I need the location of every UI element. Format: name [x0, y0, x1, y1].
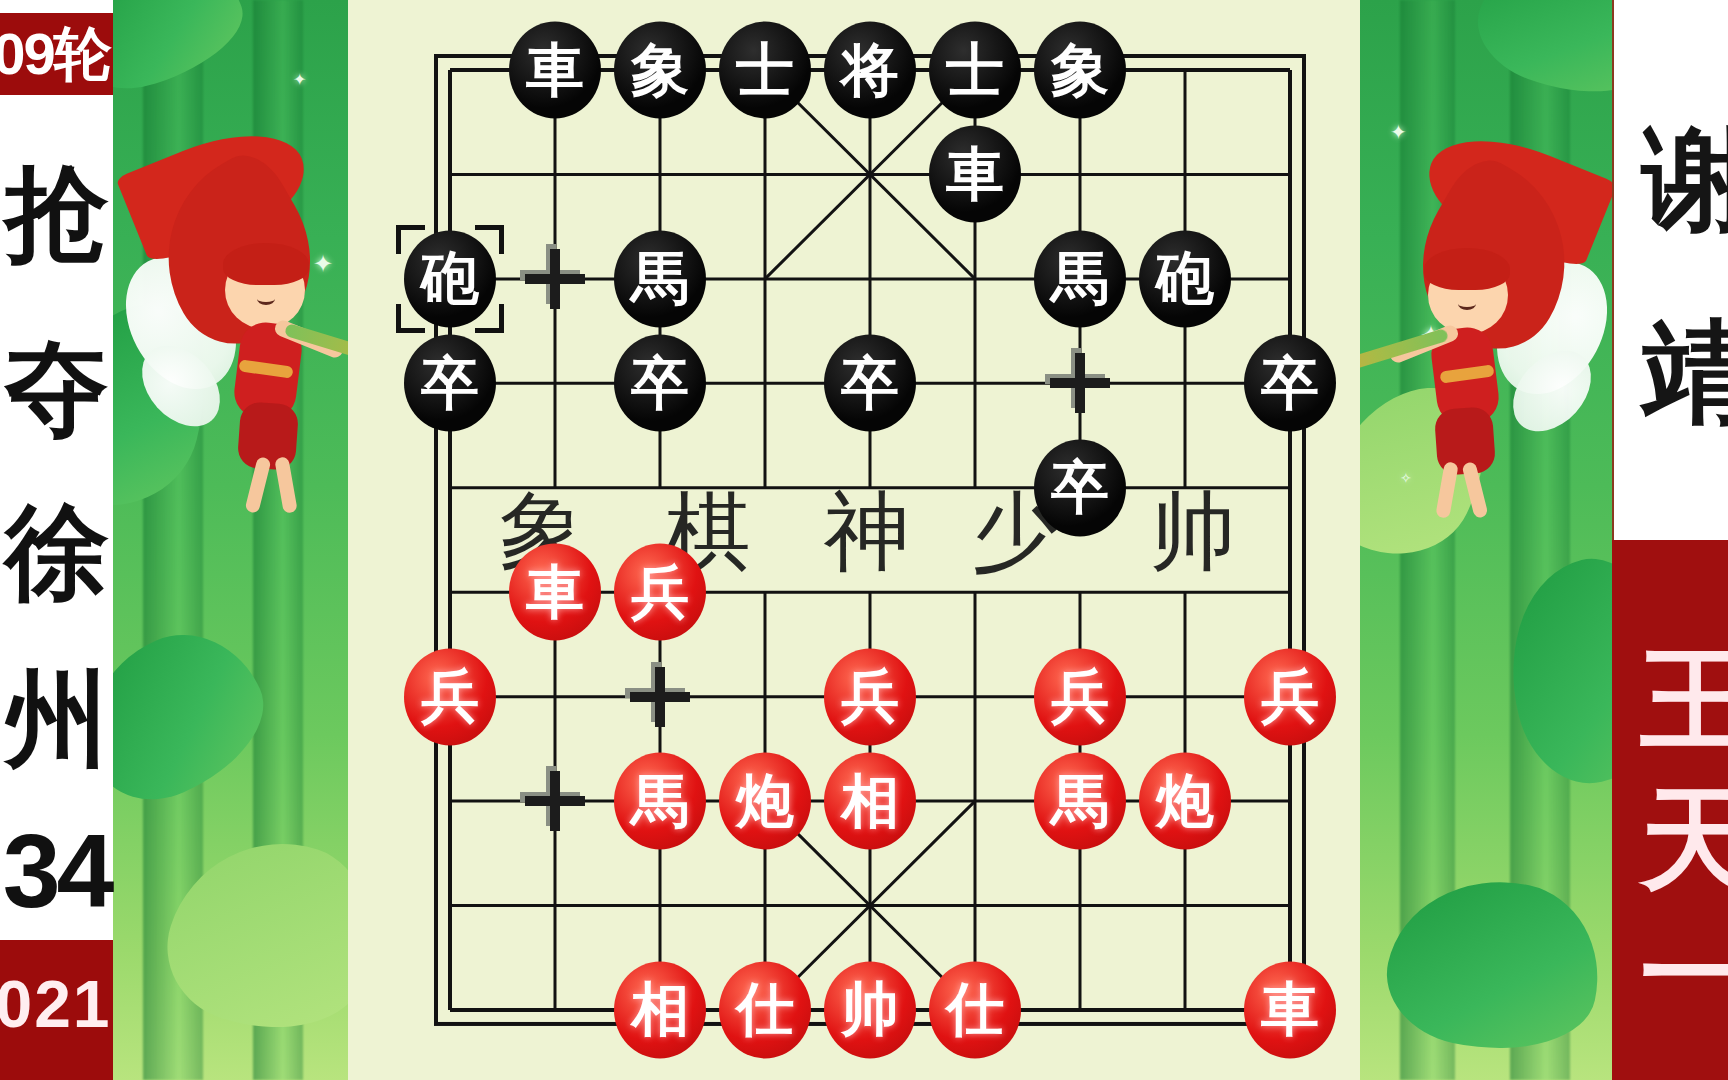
piece-red-仕[interactable]: 仕 [719, 961, 811, 1058]
black-player-name-char: 靖 [1642, 317, 1728, 429]
piece-red-兵[interactable]: 兵 [1244, 648, 1336, 745]
piece-red-相[interactable]: 相 [614, 961, 706, 1058]
piece-black-車[interactable]: 車 [929, 126, 1021, 223]
piece-black-卒[interactable]: 卒 [404, 335, 496, 432]
piece-black-砲[interactable]: 砲 [404, 230, 496, 327]
piece-red-兵[interactable]: 兵 [1034, 648, 1126, 745]
piece-black-車[interactable]: 車 [509, 22, 601, 119]
piece-red-相[interactable]: 相 [824, 753, 916, 850]
black-player-name-char: 谢 [1642, 124, 1728, 236]
piece-red-車[interactable]: 車 [509, 544, 601, 641]
round-badge: 09轮 [0, 13, 113, 95]
piece-black-卒[interactable]: 卒 [1244, 335, 1336, 432]
piece-black-卒[interactable]: 卒 [1034, 439, 1126, 536]
red-player-name-char: 天 [1640, 784, 1728, 896]
event-title-char: 州 [0, 668, 113, 772]
piece-black-卒[interactable]: 卒 [614, 335, 706, 432]
year-number: 021 [0, 966, 113, 1042]
piece-red-兵[interactable]: 兵 [614, 544, 706, 641]
point-marker-cross [630, 667, 690, 727]
red-player-name-char: 一 [1640, 919, 1728, 1031]
right-red-strip: 王天一 [1612, 540, 1728, 1080]
piece-red-炮[interactable]: 炮 [1139, 753, 1231, 850]
piece-black-士[interactable]: 士 [929, 22, 1021, 119]
piece-black-馬[interactable]: 馬 [1034, 230, 1126, 327]
left-red-strip: 021 [0, 940, 113, 1080]
piece-black-将[interactable]: 将 [824, 22, 916, 119]
piece-black-砲[interactable]: 砲 [1139, 230, 1231, 327]
piece-red-仕[interactable]: 仕 [929, 961, 1021, 1058]
piece-red-車[interactable]: 車 [1244, 961, 1336, 1058]
point-marker-cross [525, 771, 585, 831]
event-title-char: 夺 [0, 338, 113, 442]
event-title-char: 徐 [0, 501, 113, 605]
piece-red-馬[interactable]: 馬 [614, 753, 706, 850]
piece-red-兵[interactable]: 兵 [824, 648, 916, 745]
piece-red-炮[interactable]: 炮 [719, 753, 811, 850]
river-watermark-char: 神 [824, 489, 910, 575]
piece-red-帅[interactable]: 帅 [824, 961, 916, 1058]
piece-black-卒[interactable]: 卒 [824, 335, 916, 432]
piece-red-兵[interactable]: 兵 [404, 648, 496, 745]
piece-black-士[interactable]: 士 [719, 22, 811, 119]
left-banner: 09轮 抢夺徐州 34 021 [0, 0, 113, 1080]
red-player-name-char: 王 [1640, 644, 1728, 756]
move-number: 34 [0, 812, 113, 931]
event-title-char: 抢 [0, 163, 113, 267]
point-marker-cross [1050, 353, 1110, 413]
piece-black-象[interactable]: 象 [614, 22, 706, 119]
river-watermark-char: 帅 [1150, 489, 1236, 575]
piece-red-馬[interactable]: 馬 [1034, 753, 1126, 850]
piece-black-馬[interactable]: 馬 [614, 230, 706, 327]
point-marker-cross [525, 249, 585, 309]
piece-black-象[interactable]: 象 [1034, 22, 1126, 119]
video-frame: ✦ ✦ ✧ ✦ ✦ ✧ [0, 0, 1728, 1080]
